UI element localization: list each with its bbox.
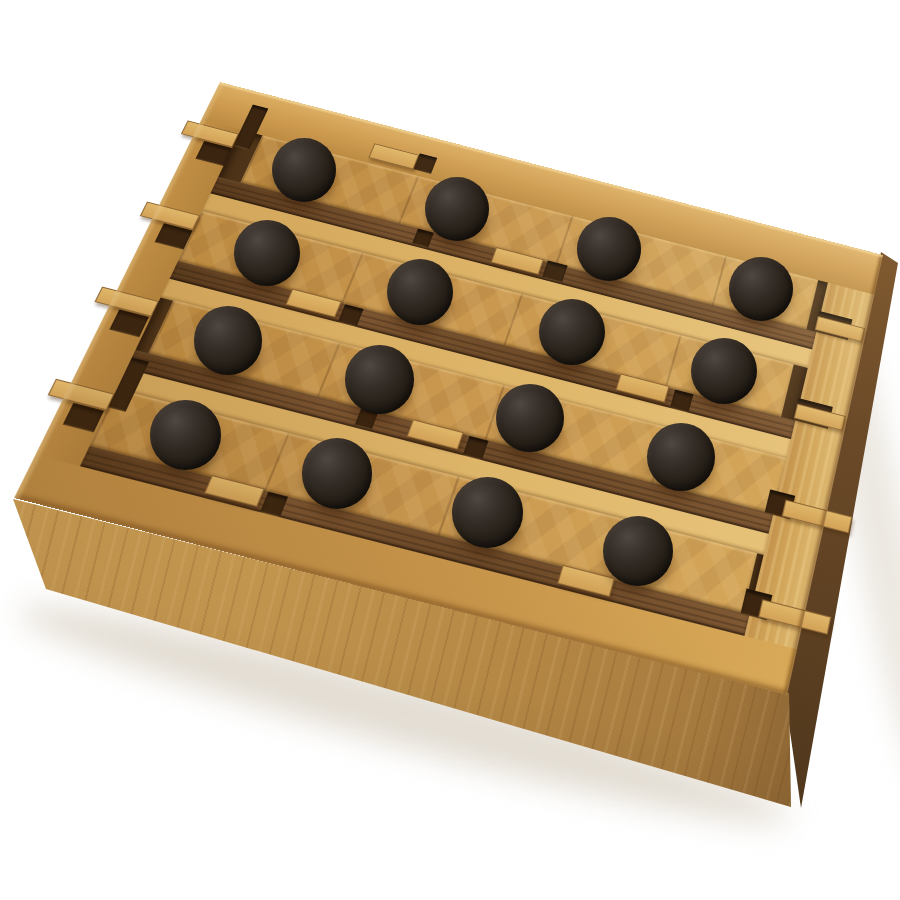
ball-r1c2[interactable] (425, 177, 489, 241)
ball-r2c3[interactable] (539, 299, 605, 365)
ball-r2c4[interactable] (691, 338, 757, 404)
ball-r3c1[interactable] (194, 306, 263, 375)
ball-r3c4[interactable] (647, 423, 715, 491)
ball-r1c1[interactable] (272, 138, 336, 202)
ball-r2c2[interactable] (387, 259, 453, 325)
ball-r1c3[interactable] (577, 217, 641, 281)
ball-r4c2[interactable] (302, 438, 373, 509)
ball-r4c3[interactable] (452, 477, 523, 548)
ball-r4c1[interactable] (150, 400, 221, 471)
ball-r3c2[interactable] (345, 345, 413, 413)
puzzle-box-photo (0, 0, 900, 900)
ball-r4c4[interactable] (603, 516, 674, 587)
ball-r3c3[interactable] (496, 384, 564, 452)
ball-r1c4[interactable] (729, 257, 793, 321)
ball-r2c1[interactable] (234, 220, 300, 286)
balls-layer (0, 0, 900, 900)
